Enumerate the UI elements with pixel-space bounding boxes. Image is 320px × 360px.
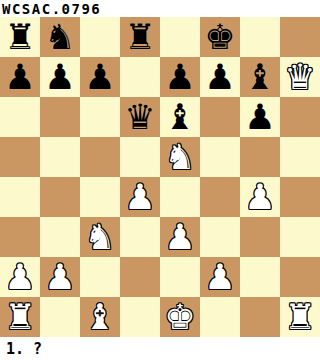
square-a5[interactable] bbox=[0, 137, 40, 177]
chess-app-window: WCSAC.0796 ♜♞♜♚♟♟♟♟♟♝♛♛♝♟♞♟♟♞♟♟♟♟♜♝♚♜ 1.… bbox=[0, 0, 320, 360]
square-b8[interactable]: ♞ bbox=[40, 17, 80, 57]
piece-black-bishop: ♝ bbox=[244, 57, 275, 97]
square-e3[interactable]: ♟ bbox=[160, 217, 200, 257]
title-bar: WCSAC.0796 bbox=[0, 0, 320, 17]
square-h6[interactable] bbox=[280, 97, 320, 137]
square-c3[interactable]: ♞ bbox=[80, 217, 120, 257]
square-f8[interactable]: ♚ bbox=[200, 17, 240, 57]
square-h5[interactable] bbox=[280, 137, 320, 177]
square-e4[interactable] bbox=[160, 177, 200, 217]
square-f2[interactable]: ♟ bbox=[200, 257, 240, 297]
square-b7[interactable]: ♟ bbox=[40, 57, 80, 97]
square-f1[interactable] bbox=[200, 297, 240, 337]
move-prompt: 1. ? bbox=[0, 340, 42, 358]
square-h2[interactable] bbox=[280, 257, 320, 297]
piece-white-rook: ♜ bbox=[4, 297, 35, 337]
square-c7[interactable]: ♟ bbox=[80, 57, 120, 97]
square-h3[interactable] bbox=[280, 217, 320, 257]
piece-white-pawn: ♟ bbox=[124, 177, 155, 217]
square-g8[interactable] bbox=[240, 17, 280, 57]
square-f4[interactable] bbox=[200, 177, 240, 217]
piece-white-rook: ♜ bbox=[284, 297, 315, 337]
square-d3[interactable] bbox=[120, 217, 160, 257]
square-a8[interactable]: ♜ bbox=[0, 17, 40, 57]
piece-black-pawn: ♟ bbox=[84, 57, 115, 97]
square-d1[interactable] bbox=[120, 297, 160, 337]
piece-black-rook: ♜ bbox=[124, 17, 155, 57]
square-e5[interactable]: ♞ bbox=[160, 137, 200, 177]
square-a3[interactable] bbox=[0, 217, 40, 257]
square-g3[interactable] bbox=[240, 217, 280, 257]
square-c6[interactable] bbox=[80, 97, 120, 137]
square-a4[interactable] bbox=[0, 177, 40, 217]
square-g2[interactable] bbox=[240, 257, 280, 297]
puzzle-title: WCSAC.0796 bbox=[0, 1, 101, 17]
square-d6[interactable]: ♛ bbox=[120, 97, 160, 137]
piece-white-knight: ♞ bbox=[164, 137, 195, 177]
square-d2[interactable] bbox=[120, 257, 160, 297]
square-e1[interactable]: ♚ bbox=[160, 297, 200, 337]
square-c5[interactable] bbox=[80, 137, 120, 177]
square-a2[interactable]: ♟ bbox=[0, 257, 40, 297]
square-g4[interactable]: ♟ bbox=[240, 177, 280, 217]
piece-white-pawn: ♟ bbox=[44, 257, 75, 297]
square-h1[interactable]: ♜ bbox=[280, 297, 320, 337]
square-b6[interactable] bbox=[40, 97, 80, 137]
square-h8[interactable] bbox=[280, 17, 320, 57]
piece-white-pawn: ♟ bbox=[244, 177, 275, 217]
piece-white-knight: ♞ bbox=[84, 217, 115, 257]
square-d7[interactable] bbox=[120, 57, 160, 97]
square-a6[interactable] bbox=[0, 97, 40, 137]
square-b1[interactable] bbox=[40, 297, 80, 337]
piece-white-pawn: ♟ bbox=[164, 217, 195, 257]
square-h7[interactable]: ♛ bbox=[280, 57, 320, 97]
square-c8[interactable] bbox=[80, 17, 120, 57]
piece-white-king: ♚ bbox=[164, 297, 195, 337]
square-e7[interactable]: ♟ bbox=[160, 57, 200, 97]
square-g7[interactable]: ♝ bbox=[240, 57, 280, 97]
status-bar: 1. ? bbox=[0, 337, 320, 360]
square-e2[interactable] bbox=[160, 257, 200, 297]
piece-black-pawn: ♟ bbox=[4, 57, 35, 97]
square-d4[interactable]: ♟ bbox=[120, 177, 160, 217]
square-d5[interactable] bbox=[120, 137, 160, 177]
square-g6[interactable]: ♟ bbox=[240, 97, 280, 137]
square-g1[interactable] bbox=[240, 297, 280, 337]
square-f5[interactable] bbox=[200, 137, 240, 177]
square-e8[interactable] bbox=[160, 17, 200, 57]
square-g5[interactable] bbox=[240, 137, 280, 177]
square-a1[interactable]: ♜ bbox=[0, 297, 40, 337]
piece-white-queen: ♛ bbox=[284, 57, 315, 97]
piece-white-pawn: ♟ bbox=[204, 257, 235, 297]
piece-white-pawn: ♟ bbox=[4, 257, 35, 297]
piece-black-pawn: ♟ bbox=[244, 97, 275, 137]
square-c2[interactable] bbox=[80, 257, 120, 297]
square-b5[interactable] bbox=[40, 137, 80, 177]
piece-black-king: ♚ bbox=[204, 17, 235, 57]
piece-black-bishop: ♝ bbox=[164, 97, 195, 137]
piece-black-rook: ♜ bbox=[4, 17, 35, 57]
piece-white-bishop: ♝ bbox=[84, 297, 115, 337]
piece-black-queen: ♛ bbox=[124, 97, 155, 137]
square-b4[interactable] bbox=[40, 177, 80, 217]
square-f6[interactable] bbox=[200, 97, 240, 137]
square-e6[interactable]: ♝ bbox=[160, 97, 200, 137]
piece-black-pawn: ♟ bbox=[44, 57, 75, 97]
square-a7[interactable]: ♟ bbox=[0, 57, 40, 97]
square-c4[interactable] bbox=[80, 177, 120, 217]
piece-black-pawn: ♟ bbox=[204, 57, 235, 97]
square-f7[interactable]: ♟ bbox=[200, 57, 240, 97]
square-d8[interactable]: ♜ bbox=[120, 17, 160, 57]
chess-board: ♜♞♜♚♟♟♟♟♟♝♛♛♝♟♞♟♟♞♟♟♟♟♜♝♚♜ bbox=[0, 17, 320, 337]
square-f3[interactable] bbox=[200, 217, 240, 257]
square-b3[interactable] bbox=[40, 217, 80, 257]
piece-black-pawn: ♟ bbox=[164, 57, 195, 97]
piece-black-knight: ♞ bbox=[44, 17, 75, 57]
square-b2[interactable]: ♟ bbox=[40, 257, 80, 297]
square-c1[interactable]: ♝ bbox=[80, 297, 120, 337]
square-h4[interactable] bbox=[280, 177, 320, 217]
